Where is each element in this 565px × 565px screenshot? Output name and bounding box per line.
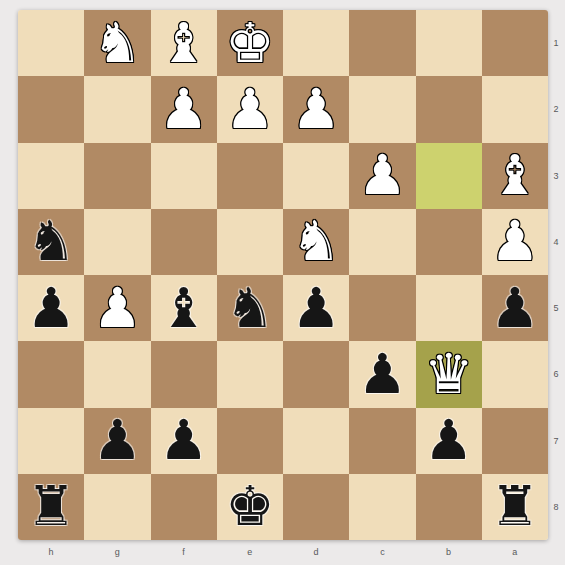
file-label-h: h xyxy=(18,543,84,561)
white-bishop-piece[interactable]: ♝ xyxy=(159,16,208,71)
square-h4[interactable]: ♞ xyxy=(18,209,84,275)
black-pawn-piece[interactable]: ♟ xyxy=(358,347,407,402)
square-b2[interactable] xyxy=(416,76,482,142)
square-c2[interactable] xyxy=(349,76,415,142)
square-d7[interactable] xyxy=(283,408,349,474)
square-h2[interactable] xyxy=(18,76,84,142)
square-c6[interactable]: ♟ xyxy=(349,341,415,407)
square-b3[interactable] xyxy=(416,143,482,209)
square-d6[interactable] xyxy=(283,341,349,407)
file-labels: hgfedcba xyxy=(18,543,548,561)
white-queen-piece[interactable]: ♛ xyxy=(424,347,473,402)
square-b6[interactable]: ♛ xyxy=(416,341,482,407)
square-h3[interactable] xyxy=(18,143,84,209)
white-bishop-piece[interactable]: ♝ xyxy=(490,148,539,203)
square-a1[interactable] xyxy=(482,10,548,76)
black-pawn-piece[interactable]: ♟ xyxy=(26,281,75,336)
black-king-piece[interactable]: ♚ xyxy=(225,479,274,534)
square-c1[interactable] xyxy=(349,10,415,76)
square-d1[interactable] xyxy=(283,10,349,76)
rank-label-3: 3 xyxy=(549,143,563,209)
square-a5[interactable]: ♟ xyxy=(482,275,548,341)
square-c5[interactable] xyxy=(349,275,415,341)
white-pawn-piece[interactable]: ♟ xyxy=(490,214,539,269)
square-c4[interactable] xyxy=(349,209,415,275)
square-g8[interactable] xyxy=(84,474,150,540)
square-a8[interactable]: ♜ xyxy=(482,474,548,540)
square-f4[interactable] xyxy=(151,209,217,275)
file-label-e: e xyxy=(217,543,283,561)
white-knight-piece[interactable]: ♞ xyxy=(93,16,142,71)
square-b7[interactable]: ♟ xyxy=(416,408,482,474)
square-e1[interactable]: ♚ xyxy=(217,10,283,76)
square-g6[interactable] xyxy=(84,341,150,407)
square-h8[interactable]: ♜ xyxy=(18,474,84,540)
rank-label-5: 5 xyxy=(549,275,563,341)
square-e4[interactable] xyxy=(217,209,283,275)
square-f3[interactable] xyxy=(151,143,217,209)
square-e7[interactable] xyxy=(217,408,283,474)
square-e2[interactable]: ♟ xyxy=(217,76,283,142)
square-a7[interactable] xyxy=(482,408,548,474)
square-e3[interactable] xyxy=(217,143,283,209)
square-d8[interactable] xyxy=(283,474,349,540)
file-label-f: f xyxy=(151,543,217,561)
white-pawn-piece[interactable]: ♟ xyxy=(225,82,274,137)
chess-board[interactable]: ♞♝♚♟♟♟♟♝♞♞♟♟♟♝♞♟♟♟♛♟♟♟♜♚♜ xyxy=(18,10,548,540)
square-a3[interactable]: ♝ xyxy=(482,143,548,209)
page-background: ♞♝♚♟♟♟♟♝♞♞♟♟♟♝♞♟♟♟♛♟♟♟♜♚♜ hgfedcba 12345… xyxy=(0,0,565,565)
black-pawn-piece[interactable]: ♟ xyxy=(490,281,539,336)
square-e8[interactable]: ♚ xyxy=(217,474,283,540)
black-rook-piece[interactable]: ♜ xyxy=(490,479,539,534)
square-e6[interactable] xyxy=(217,341,283,407)
file-label-d: d xyxy=(283,543,349,561)
black-pawn-piece[interactable]: ♟ xyxy=(159,413,208,468)
square-b4[interactable] xyxy=(416,209,482,275)
square-c8[interactable] xyxy=(349,474,415,540)
file-label-c: c xyxy=(349,543,415,561)
rank-label-4: 4 xyxy=(549,209,563,275)
square-g4[interactable] xyxy=(84,209,150,275)
square-c3[interactable]: ♟ xyxy=(349,143,415,209)
black-bishop-piece[interactable]: ♝ xyxy=(159,281,208,336)
square-h1[interactable] xyxy=(18,10,84,76)
white-pawn-piece[interactable]: ♟ xyxy=(159,82,208,137)
square-h6[interactable] xyxy=(18,341,84,407)
file-label-a: a xyxy=(482,543,548,561)
square-f2[interactable]: ♟ xyxy=(151,76,217,142)
white-knight-piece[interactable]: ♞ xyxy=(291,214,340,269)
square-h5[interactable]: ♟ xyxy=(18,275,84,341)
square-a4[interactable]: ♟ xyxy=(482,209,548,275)
square-g1[interactable]: ♞ xyxy=(84,10,150,76)
white-pawn-piece[interactable]: ♟ xyxy=(358,148,407,203)
black-pawn-piece[interactable]: ♟ xyxy=(424,413,473,468)
square-b1[interactable] xyxy=(416,10,482,76)
white-king-piece[interactable]: ♚ xyxy=(225,16,274,71)
rank-label-7: 7 xyxy=(549,408,563,474)
rank-label-2: 2 xyxy=(549,76,563,142)
square-g3[interactable] xyxy=(84,143,150,209)
square-g7[interactable]: ♟ xyxy=(84,408,150,474)
rank-label-8: 8 xyxy=(549,474,563,540)
black-rook-piece[interactable]: ♜ xyxy=(26,479,75,534)
square-f7[interactable]: ♟ xyxy=(151,408,217,474)
square-d2[interactable]: ♟ xyxy=(283,76,349,142)
square-d5[interactable]: ♟ xyxy=(283,275,349,341)
square-h7[interactable] xyxy=(18,408,84,474)
white-pawn-piece[interactable]: ♟ xyxy=(291,82,340,137)
square-f5[interactable]: ♝ xyxy=(151,275,217,341)
file-label-b: b xyxy=(416,543,482,561)
square-d3[interactable] xyxy=(283,143,349,209)
black-pawn-piece[interactable]: ♟ xyxy=(93,413,142,468)
square-b8[interactable] xyxy=(416,474,482,540)
black-knight-piece[interactable]: ♞ xyxy=(26,214,75,269)
rank-label-6: 6 xyxy=(549,341,563,407)
square-d4[interactable]: ♞ xyxy=(283,209,349,275)
square-c7[interactable] xyxy=(349,408,415,474)
square-a6[interactable] xyxy=(482,341,548,407)
square-f8[interactable] xyxy=(151,474,217,540)
white-pawn-piece[interactable]: ♟ xyxy=(93,281,142,336)
rank-label-1: 1 xyxy=(549,10,563,76)
square-g5[interactable]: ♟ xyxy=(84,275,150,341)
file-label-g: g xyxy=(84,543,150,561)
square-e5[interactable]: ♞ xyxy=(217,275,283,341)
square-g2[interactable] xyxy=(84,76,150,142)
black-pawn-piece[interactable]: ♟ xyxy=(291,281,340,336)
square-f1[interactable]: ♝ xyxy=(151,10,217,76)
square-b5[interactable] xyxy=(416,275,482,341)
black-knight-piece[interactable]: ♞ xyxy=(225,281,274,336)
square-a2[interactable] xyxy=(482,76,548,142)
rank-labels: 12345678 xyxy=(549,10,563,540)
square-f6[interactable] xyxy=(151,341,217,407)
